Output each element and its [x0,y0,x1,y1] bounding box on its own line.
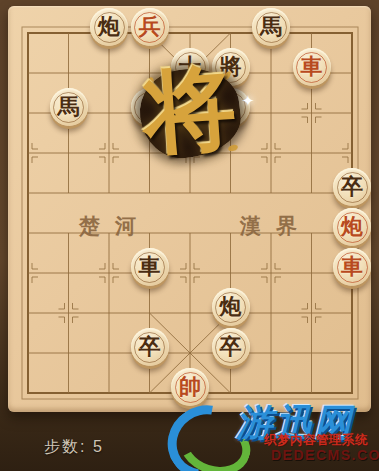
piece-black-general[interactable]: 將 [212,48,250,86]
piece-black-soldier[interactable]: 卒 [131,328,169,366]
piece-character: 炮 [220,296,242,318]
piece-character: 帥 [179,376,201,398]
piece-character: 將 [220,56,242,78]
piece-hidden-piece[interactable] [212,88,250,126]
piece-hidden-piece[interactable] [131,88,169,126]
game-screen: 楚河 漢界 炮 兵 馬 士 將 車 馬 卒 炮 車 車 炮 卒 卒 帥 将 ✦ … [0,0,379,471]
piece-character: 兵 [139,16,161,38]
piece-red-chariot[interactable]: 車 [293,48,331,86]
piece-red-chariot[interactable]: 車 [333,248,371,286]
piece-character: 車 [301,56,323,78]
piece-red-soldier[interactable]: 兵 [131,8,169,46]
piece-character: 炮 [341,216,363,238]
move-counter-label: 步数: [44,438,86,455]
piece-character: 卒 [139,336,161,358]
piece-character: 馬 [58,96,80,118]
move-counter-value: 5 [93,438,104,455]
piece-character: 車 [341,256,363,278]
piece-black-horse[interactable]: 馬 [252,8,290,46]
move-counter: 步数: 5 [44,437,104,458]
piece-character: 炮 [98,16,120,38]
piece-red-cannon[interactable]: 炮 [333,208,371,246]
piece-character: 車 [139,256,161,278]
piece-black-horse[interactable]: 馬 [50,88,88,126]
piece-black-cannon[interactable]: 炮 [90,8,128,46]
piece-red-general[interactable]: 帥 [171,368,209,406]
piece-black-advisor[interactable]: 士 [171,48,209,86]
piece-black-soldier[interactable]: 卒 [333,168,371,206]
piece-black-cannon[interactable]: 炮 [212,288,250,326]
piece-character: 馬 [260,16,282,38]
piece-character: 卒 [220,336,242,358]
river-label-chu-he: 楚河 [79,212,151,240]
piece-character: 士 [179,56,201,78]
piece-character: 卒 [341,176,363,198]
piece-black-chariot[interactable]: 車 [131,248,169,286]
piece-black-soldier[interactable]: 卒 [212,328,250,366]
river-label-han-jie: 漢界 [240,212,312,240]
